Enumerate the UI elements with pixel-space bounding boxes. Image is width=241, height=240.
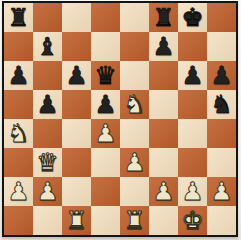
piece-white-pawn[interactable]: ♟	[36, 177, 58, 206]
square-h2[interactable]: ♟	[207, 177, 236, 206]
piece-white-knight[interactable]: ♞	[7, 119, 29, 148]
square-f4[interactable]	[149, 119, 178, 148]
piece-black-queen[interactable]: ♛	[94, 61, 116, 90]
square-g4[interactable]	[178, 119, 207, 148]
square-a5[interactable]	[4, 90, 33, 119]
square-g8[interactable]: ♚	[178, 3, 207, 32]
square-f6[interactable]	[149, 61, 178, 90]
square-a4[interactable]: ♞	[4, 119, 33, 148]
piece-black-pawn[interactable]: ♟	[7, 61, 29, 90]
square-f5[interactable]	[149, 90, 178, 119]
square-d4[interactable]: ♟	[91, 119, 120, 148]
piece-white-pawn[interactable]: ♟	[152, 177, 174, 206]
square-g2[interactable]: ♟	[178, 177, 207, 206]
square-c5[interactable]	[62, 90, 91, 119]
square-a2[interactable]: ♟	[4, 177, 33, 206]
square-c1[interactable]: ♜	[62, 206, 91, 235]
piece-black-pawn[interactable]: ♟	[210, 61, 232, 90]
square-d3[interactable]	[91, 148, 120, 177]
square-a8[interactable]: ♜	[4, 3, 33, 32]
square-h1[interactable]	[207, 206, 236, 235]
square-c6[interactable]: ♟	[62, 61, 91, 90]
square-d8[interactable]	[91, 3, 120, 32]
piece-white-rook[interactable]: ♜	[65, 206, 87, 235]
square-e2[interactable]	[120, 177, 149, 206]
square-h3[interactable]	[207, 148, 236, 177]
square-d2[interactable]	[91, 177, 120, 206]
piece-white-king[interactable]: ♚	[181, 206, 203, 235]
square-c8[interactable]	[62, 3, 91, 32]
square-h8[interactable]	[207, 3, 236, 32]
piece-white-pawn[interactable]: ♟	[181, 177, 203, 206]
square-e1[interactable]: ♜	[120, 206, 149, 235]
square-a6[interactable]: ♟	[4, 61, 33, 90]
piece-black-pawn[interactable]: ♟	[94, 90, 116, 119]
piece-white-queen[interactable]: ♛	[36, 148, 58, 177]
piece-black-rook[interactable]: ♜	[7, 3, 29, 32]
piece-white-pawn[interactable]: ♟	[210, 177, 232, 206]
square-b4[interactable]	[33, 119, 62, 148]
square-d6[interactable]: ♛	[91, 61, 120, 90]
square-f7[interactable]: ♟	[149, 32, 178, 61]
square-a1[interactable]	[4, 206, 33, 235]
square-d5[interactable]: ♟	[91, 90, 120, 119]
square-h4[interactable]	[207, 119, 236, 148]
square-g6[interactable]: ♟	[178, 61, 207, 90]
square-h6[interactable]: ♟	[207, 61, 236, 90]
square-g7[interactable]	[178, 32, 207, 61]
square-e5[interactable]: ♞	[120, 90, 149, 119]
piece-white-pawn[interactable]: ♟	[7, 177, 29, 206]
square-g5[interactable]	[178, 90, 207, 119]
piece-black-knight[interactable]: ♞	[210, 90, 232, 119]
piece-white-knight[interactable]: ♞	[123, 90, 145, 119]
chessboard-page: ♜♜♚♝♟♟♟♛♟♟♟♟♞♞♞♟♛♟♟♟♟♟♟♜♜♚	[0, 0, 241, 240]
board-frame: ♜♜♚♝♟♟♟♛♟♟♟♟♞♞♞♟♛♟♟♟♟♟♟♜♜♚	[2, 1, 238, 237]
square-b6[interactable]	[33, 61, 62, 90]
piece-black-pawn[interactable]: ♟	[65, 61, 87, 90]
square-g1[interactable]: ♚	[178, 206, 207, 235]
square-h5[interactable]: ♞	[207, 90, 236, 119]
square-b3[interactable]: ♛	[33, 148, 62, 177]
square-e8[interactable]	[120, 3, 149, 32]
piece-black-pawn[interactable]: ♟	[152, 32, 174, 61]
square-e3[interactable]: ♟	[120, 148, 149, 177]
square-f1[interactable]	[149, 206, 178, 235]
square-f2[interactable]: ♟	[149, 177, 178, 206]
square-g3[interactable]	[178, 148, 207, 177]
piece-black-bishop[interactable]: ♝	[36, 32, 58, 61]
square-d7[interactable]	[91, 32, 120, 61]
square-h7[interactable]	[207, 32, 236, 61]
square-a7[interactable]	[4, 32, 33, 61]
piece-black-king[interactable]: ♚	[181, 3, 203, 32]
square-c4[interactable]	[62, 119, 91, 148]
square-f3[interactable]	[149, 148, 178, 177]
piece-black-pawn[interactable]: ♟	[36, 90, 58, 119]
square-b1[interactable]	[33, 206, 62, 235]
piece-black-pawn[interactable]: ♟	[181, 61, 203, 90]
piece-white-pawn[interactable]: ♟	[123, 148, 145, 177]
square-c2[interactable]	[62, 177, 91, 206]
piece-white-pawn[interactable]: ♟	[94, 119, 116, 148]
piece-white-rook[interactable]: ♜	[123, 206, 145, 235]
square-b8[interactable]	[33, 3, 62, 32]
square-e4[interactable]	[120, 119, 149, 148]
square-c7[interactable]	[62, 32, 91, 61]
square-b2[interactable]: ♟	[33, 177, 62, 206]
chess-board: ♜♜♚♝♟♟♟♛♟♟♟♟♞♞♞♟♛♟♟♟♟♟♟♜♜♚	[4, 3, 236, 235]
square-e6[interactable]	[120, 61, 149, 90]
square-e7[interactable]	[120, 32, 149, 61]
square-a3[interactable]	[4, 148, 33, 177]
square-d1[interactable]	[91, 206, 120, 235]
square-b5[interactable]: ♟	[33, 90, 62, 119]
piece-black-rook[interactable]: ♜	[152, 3, 174, 32]
square-b7[interactable]: ♝	[33, 32, 62, 61]
square-c3[interactable]	[62, 148, 91, 177]
square-f8[interactable]: ♜	[149, 3, 178, 32]
